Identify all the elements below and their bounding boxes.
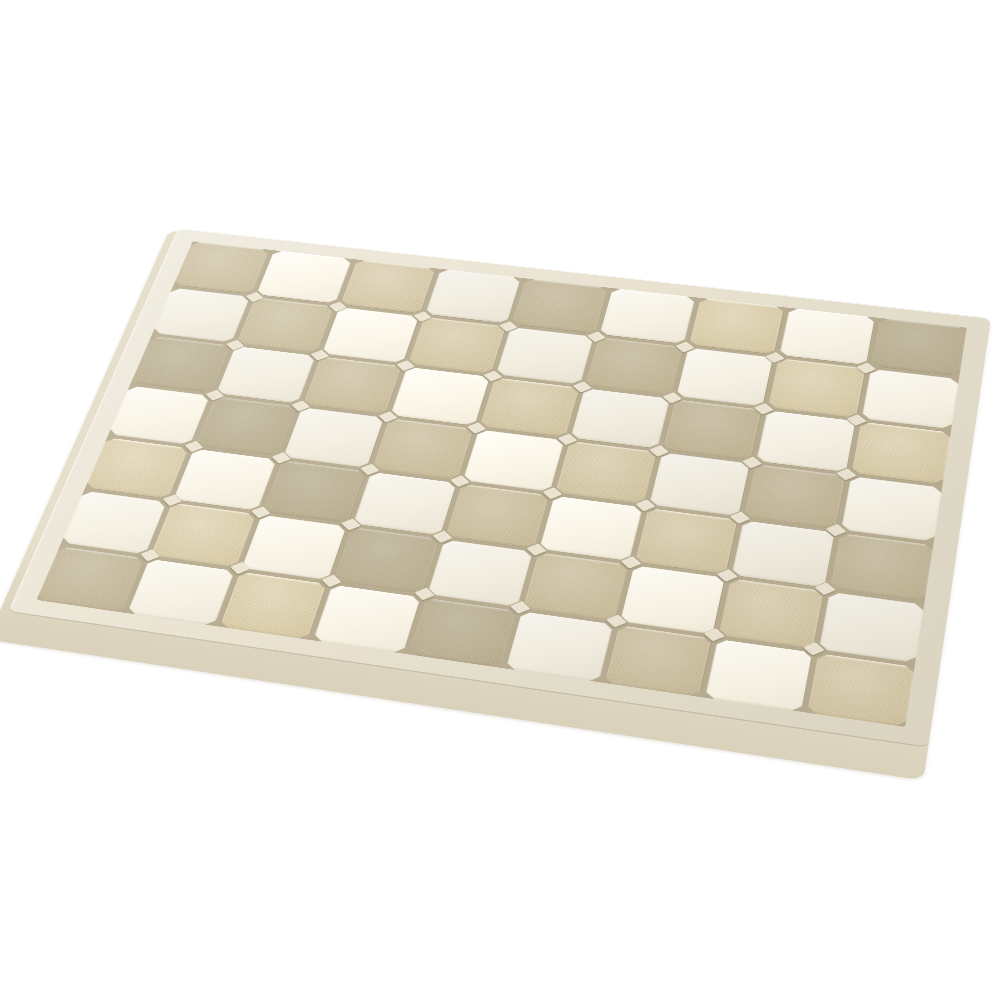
board-tile-r2c5-light xyxy=(496,327,593,384)
board-tile-r4c3-light xyxy=(283,407,384,467)
board-tile-r3c5-dark xyxy=(480,377,579,437)
board-tile-r7c7-dark xyxy=(605,625,712,697)
board-tile-r5c8-light xyxy=(732,520,835,587)
board-tile-r7c4-light xyxy=(313,584,420,653)
board-tile-r5c4-light xyxy=(353,472,456,536)
board-tile-r4c5-light xyxy=(463,430,564,492)
board-tile-r6c5-light xyxy=(427,540,532,607)
board-tile-r7c1-dark xyxy=(36,546,143,612)
board-tile-r4c1-light xyxy=(109,386,210,445)
board-tile-r6c1-light xyxy=(61,491,166,555)
board-tile-r5c6-light xyxy=(539,496,642,561)
board-tile-r1c9-dark xyxy=(872,318,967,376)
board-tile-r3c6-light xyxy=(571,388,670,448)
board-tile-r1c3-dark xyxy=(340,260,436,314)
board-tile-r5c1-dark xyxy=(85,437,188,498)
board-tile-r2c8-dark xyxy=(768,358,865,418)
board-tile-r6c2-dark xyxy=(151,503,256,568)
board-tile-r4c4-dark xyxy=(372,418,473,479)
board-tile-r4c2-dark xyxy=(195,396,296,456)
board-tile-r2c4-dark xyxy=(408,317,505,374)
board-tile-r5c7-dark xyxy=(635,508,738,574)
board-tile-r7c6-light xyxy=(506,611,613,682)
board-tile-r3c7-dark xyxy=(663,399,762,460)
board-tile-r6c6-dark xyxy=(523,552,628,620)
board-tile-r5c9-dark xyxy=(830,533,933,601)
board-tile-r2c9-light xyxy=(862,369,959,429)
board-tile-r4c9-light xyxy=(841,476,942,541)
board-tile-r1c1-dark xyxy=(174,241,270,294)
board-tile-r1c5-dark xyxy=(512,278,608,333)
board-tile-r4c7-light xyxy=(649,453,750,517)
board-tile-r4c6-dark xyxy=(555,441,656,504)
board-tile-r3c1-dark xyxy=(131,336,230,393)
board-face xyxy=(8,228,991,748)
board-tile-r1c8-light xyxy=(780,308,875,365)
board-tile-r2c7-light xyxy=(676,348,773,407)
board-tile-r7c3-dark xyxy=(219,571,326,639)
board-tile-r3c2-light xyxy=(216,346,315,403)
board-tile-r3c3-dark xyxy=(303,356,402,414)
board-tile-r1c4-light xyxy=(425,269,521,324)
board-tile-r5c5-dark xyxy=(446,484,549,549)
board-tile-r7c2-light xyxy=(127,559,234,626)
board-tile-r1c7-dark xyxy=(689,298,784,355)
board-tile-r7c5-dark xyxy=(409,598,516,668)
board-tile-r6c3-light xyxy=(241,515,346,580)
board-tile-r6c8-dark xyxy=(719,578,824,648)
board-tile-r1c6-light xyxy=(600,288,696,344)
board-tile-r6c7-light xyxy=(620,565,725,634)
board-tile-r2c3-light xyxy=(322,307,419,363)
board-tile-r4c8-dark xyxy=(744,464,845,528)
board-tile-r6c4-dark xyxy=(334,527,439,593)
board-tile-r3c4-light xyxy=(391,367,490,426)
board-tile-r3c8-light xyxy=(757,410,856,472)
checkerboard xyxy=(8,228,991,748)
board-tile-r1c2-light xyxy=(256,250,352,303)
board-tile-r6c9-light xyxy=(819,592,924,663)
board-tile-r2c2-dark xyxy=(237,297,334,352)
board-tile-r2c6-dark xyxy=(585,337,682,395)
board-tile-r5c2-light xyxy=(173,449,276,511)
board-tile-r3c9-dark xyxy=(852,422,951,485)
board-tile-r7c8-light xyxy=(705,639,812,712)
board-tile-r7c9-dark xyxy=(807,653,914,727)
product-photo-canvas xyxy=(0,0,1000,1000)
board-tile-r2c1-light xyxy=(153,288,250,343)
board-tile-r5c3-dark xyxy=(263,460,366,523)
